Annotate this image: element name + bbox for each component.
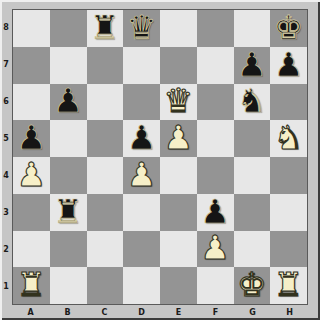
square-e1[interactable] [160,267,197,304]
square-f7[interactable] [197,47,234,84]
piece-black-pawn[interactable]: ♟ [17,121,47,154]
square-d2[interactable] [123,231,160,268]
piece-white-rook[interactable]: ♜ [274,268,304,301]
square-c1[interactable] [87,267,124,304]
square-e6[interactable]: ♛ [160,84,197,121]
file-labels: ABCDEFGH [12,305,308,319]
square-e2[interactable] [160,231,197,268]
piece-white-queen[interactable]: ♛ [164,84,194,117]
square-f4[interactable] [197,157,234,194]
piece-black-king[interactable]: ♚ [274,11,304,44]
piece-black-rook[interactable]: ♜ [53,195,83,228]
file-label-c: C [86,305,123,319]
square-a2[interactable] [13,231,50,268]
square-a6[interactable] [13,84,50,121]
rank-label-2: 2 [0,231,12,268]
chess-board: ♜♛♚♟♟♟♛♞♟♟♟♞♟♟♜♟♟♜♚♜ [12,9,308,305]
rank-labels: 87654321 [0,9,12,305]
square-h3[interactable] [270,194,307,231]
square-d3[interactable] [123,194,160,231]
square-c2[interactable] [87,231,124,268]
square-h8[interactable]: ♚ [270,10,307,47]
rank-label-8: 8 [0,9,12,46]
square-g5[interactable] [234,120,271,157]
file-label-f: F [197,305,234,319]
square-d4[interactable]: ♟ [123,157,160,194]
file-label-h: H [271,305,308,319]
square-g2[interactable] [234,231,271,268]
piece-white-knight[interactable]: ♞ [274,121,304,154]
square-f1[interactable] [197,267,234,304]
square-b5[interactable] [50,120,87,157]
square-b7[interactable] [50,47,87,84]
square-g4[interactable] [234,157,271,194]
square-f2[interactable]: ♟ [197,231,234,268]
piece-black-knight[interactable]: ♞ [237,84,267,117]
rank-label-3: 3 [0,194,12,231]
square-c4[interactable] [87,157,124,194]
square-d5[interactable]: ♟ [123,120,160,157]
piece-black-rook[interactable]: ♜ [90,11,120,44]
piece-white-pawn[interactable]: ♟ [164,121,194,154]
square-f3[interactable]: ♟ [197,194,234,231]
piece-white-pawn[interactable]: ♟ [127,158,157,191]
piece-white-pawn[interactable]: ♟ [200,231,230,264]
square-g8[interactable] [234,10,271,47]
square-h2[interactable] [270,231,307,268]
square-a3[interactable] [13,194,50,231]
square-e5[interactable]: ♟ [160,120,197,157]
square-b6[interactable]: ♟ [50,84,87,121]
square-f6[interactable] [197,84,234,121]
square-h5[interactable]: ♞ [270,120,307,157]
square-d1[interactable] [123,267,160,304]
rank-label-6: 6 [0,83,12,120]
square-f8[interactable] [197,10,234,47]
square-a1[interactable]: ♜ [13,267,50,304]
square-a8[interactable] [13,10,50,47]
square-h7[interactable]: ♟ [270,47,307,84]
square-e7[interactable] [160,47,197,84]
file-label-b: B [49,305,86,319]
square-b3[interactable]: ♜ [50,194,87,231]
file-label-g: G [234,305,271,319]
square-g6[interactable]: ♞ [234,84,271,121]
piece-black-queen[interactable]: ♛ [127,11,157,44]
square-e8[interactable] [160,10,197,47]
square-c6[interactable] [87,84,124,121]
square-c8[interactable]: ♜ [87,10,124,47]
piece-black-pawn[interactable]: ♟ [200,195,230,228]
square-d6[interactable] [123,84,160,121]
square-a4[interactable]: ♟ [13,157,50,194]
square-d7[interactable] [123,47,160,84]
square-b8[interactable] [50,10,87,47]
square-h1[interactable]: ♜ [270,267,307,304]
chess-diagram: 87654321 ABCDEFGH ♜♛♚♟♟♟♛♞♟♟♟♞♟♟♜♟♟♜♚♜ [0,0,320,320]
rank-label-5: 5 [0,120,12,157]
rank-label-7: 7 [0,46,12,83]
square-g7[interactable]: ♟ [234,47,271,84]
square-c5[interactable] [87,120,124,157]
piece-black-pawn[interactable]: ♟ [53,84,83,117]
piece-white-rook[interactable]: ♜ [17,268,47,301]
piece-black-pawn[interactable]: ♟ [237,48,267,81]
square-b4[interactable] [50,157,87,194]
square-e4[interactable] [160,157,197,194]
square-c7[interactable] [87,47,124,84]
piece-white-king[interactable]: ♚ [237,268,267,301]
square-a5[interactable]: ♟ [13,120,50,157]
square-h4[interactable] [270,157,307,194]
square-f5[interactable] [197,120,234,157]
square-g3[interactable] [234,194,271,231]
rank-label-4: 4 [0,157,12,194]
square-c3[interactable] [87,194,124,231]
square-h6[interactable] [270,84,307,121]
square-b1[interactable] [50,267,87,304]
piece-white-pawn[interactable]: ♟ [17,158,47,191]
square-g1[interactable]: ♚ [234,267,271,304]
rank-label-1: 1 [0,268,12,305]
file-label-d: D [123,305,160,319]
square-d8[interactable]: ♛ [123,10,160,47]
square-a7[interactable] [13,47,50,84]
piece-black-pawn[interactable]: ♟ [127,121,157,154]
piece-black-pawn[interactable]: ♟ [274,48,304,81]
file-label-a: A [12,305,49,319]
square-b2[interactable] [50,231,87,268]
square-e3[interactable] [160,194,197,231]
file-label-e: E [160,305,197,319]
